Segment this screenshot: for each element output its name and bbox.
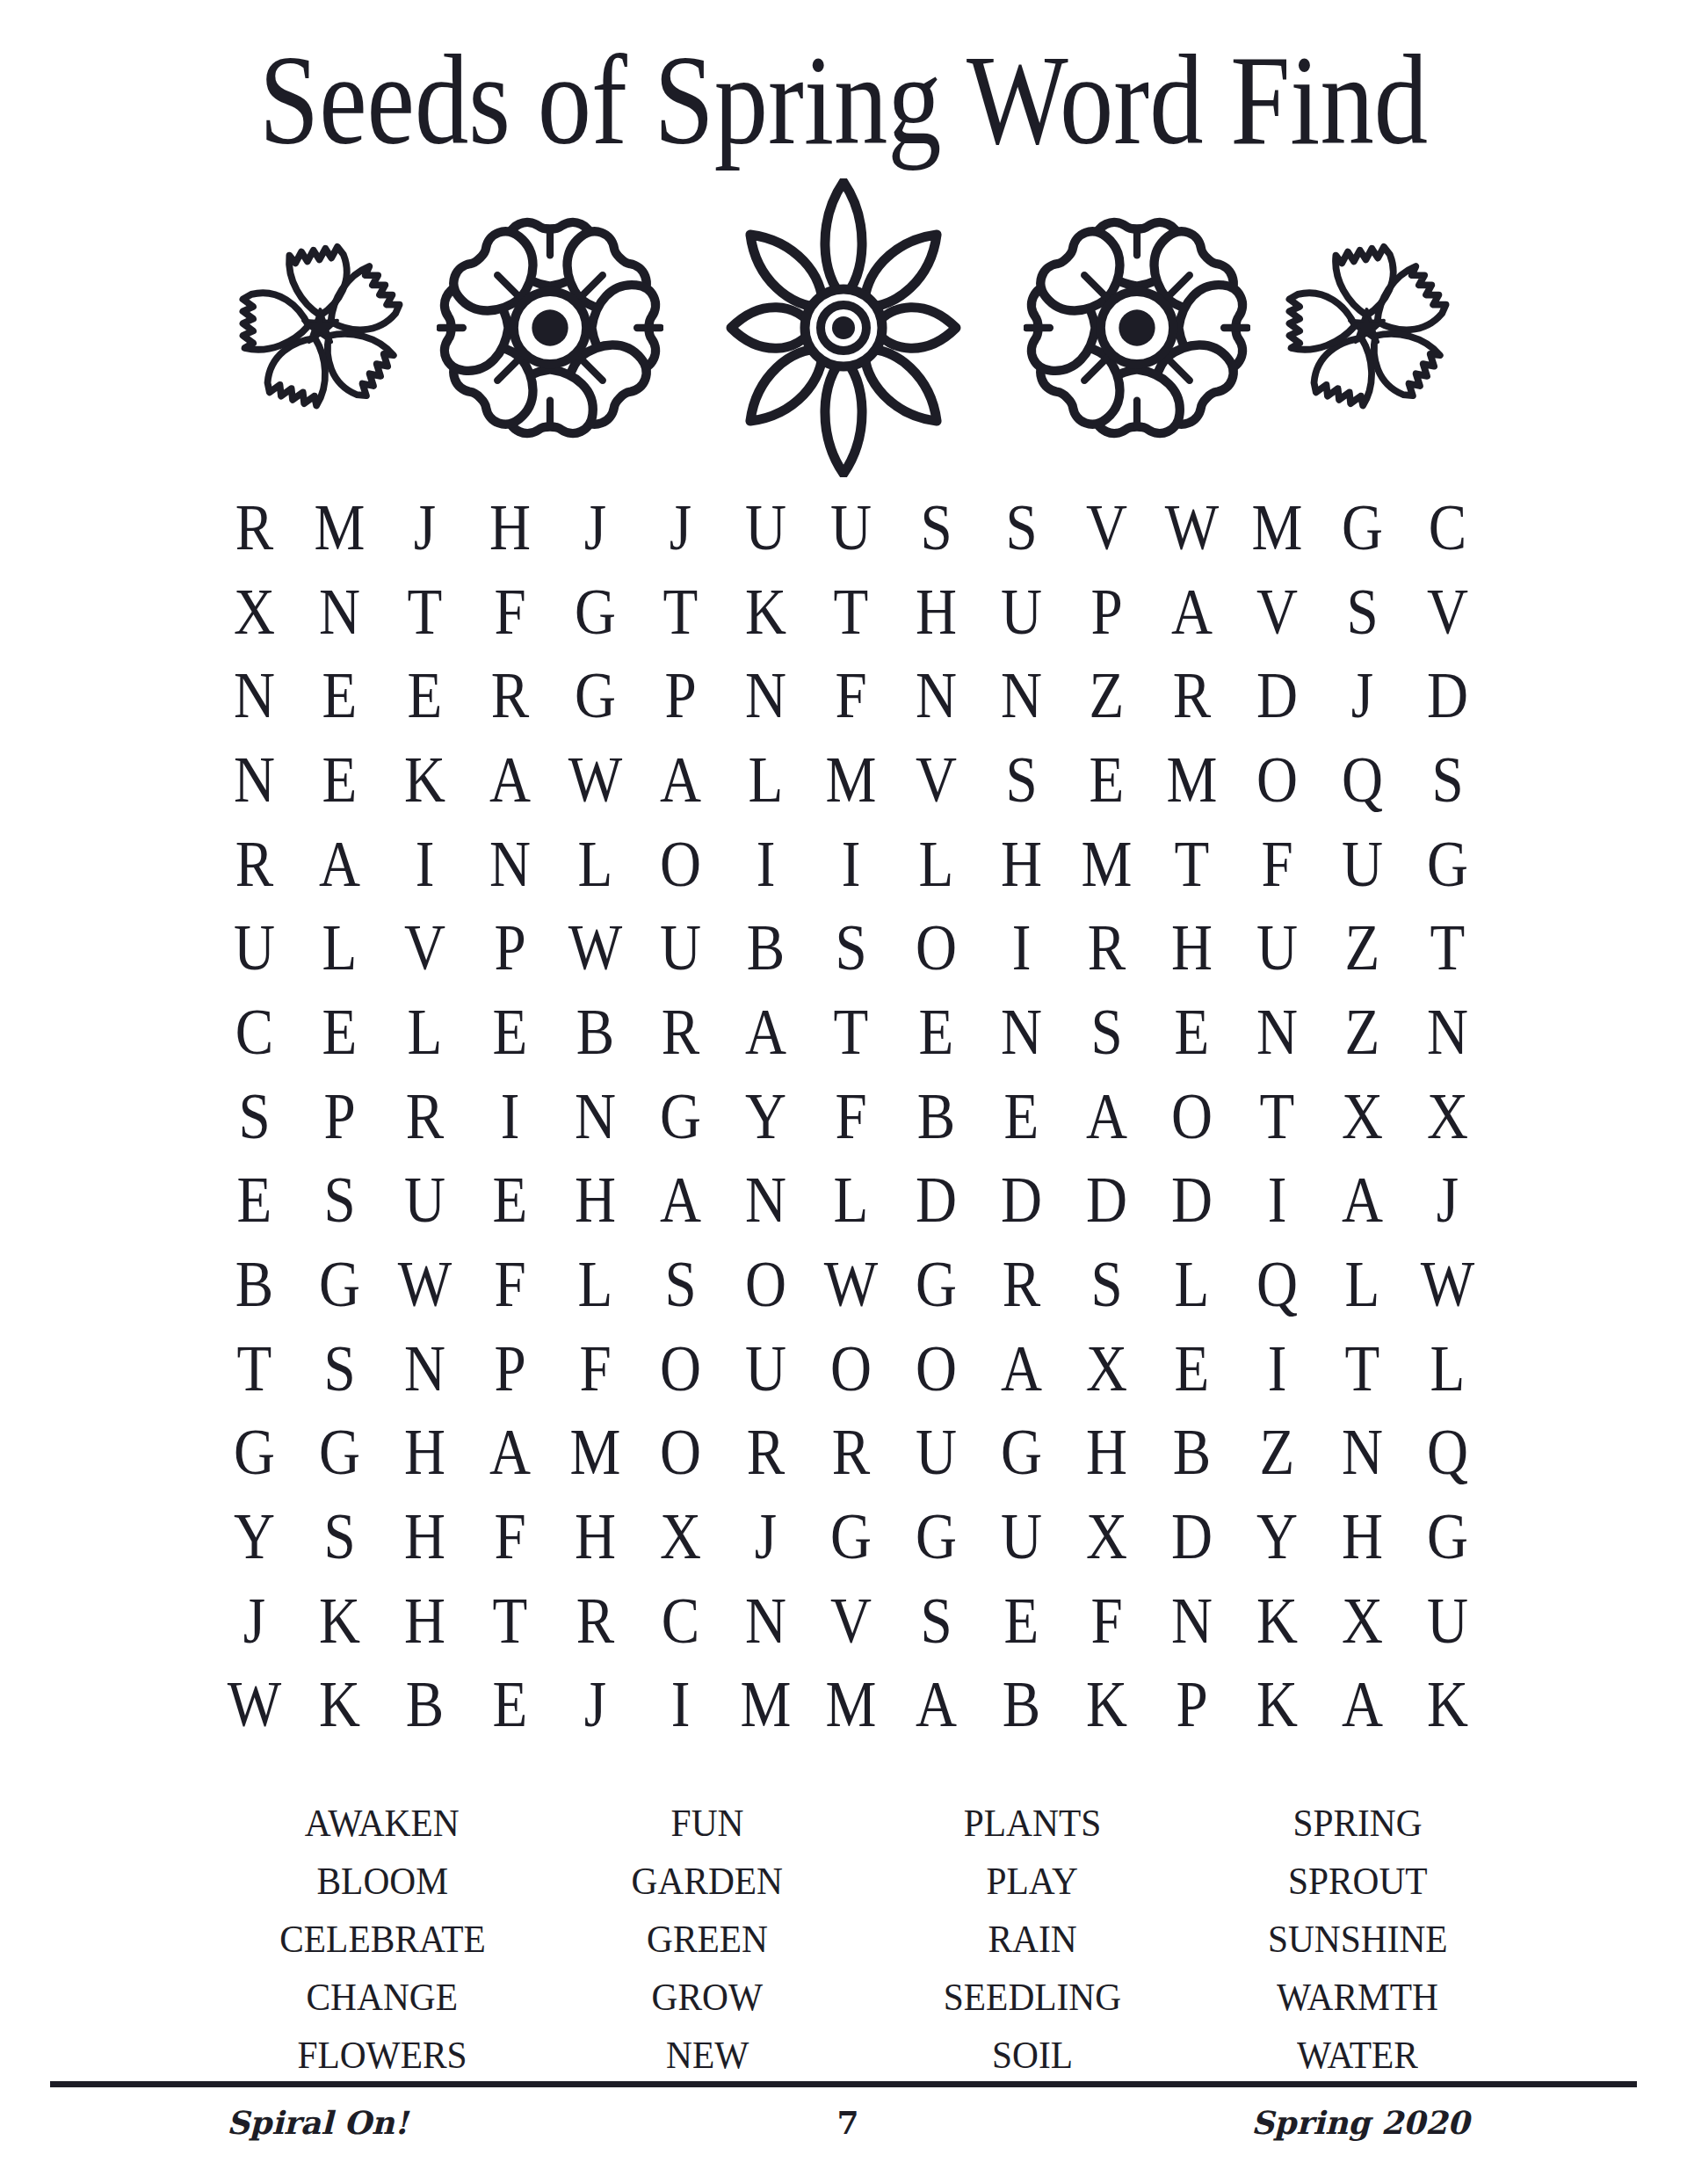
grid-cell[interactable]: E bbox=[302, 653, 377, 737]
grid-cell[interactable]: A bbox=[302, 822, 377, 906]
grid-cell[interactable]: U bbox=[1325, 822, 1400, 906]
word-list-item: SPRING bbox=[1292, 1795, 1422, 1853]
grid-cell[interactable]: B bbox=[387, 1663, 462, 1747]
grid-cell[interactable]: A bbox=[1069, 1074, 1144, 1158]
grid-cell[interactable]: R bbox=[1155, 653, 1229, 737]
grid-cell[interactable]: I bbox=[387, 822, 462, 906]
grid-cell[interactable]: J bbox=[558, 485, 633, 570]
grid-cell[interactable]: D bbox=[1155, 1158, 1229, 1243]
grid-cell[interactable]: S bbox=[984, 737, 1059, 822]
word-list-item: CHANGE bbox=[307, 1968, 459, 2026]
grid-cell[interactable]: X bbox=[1410, 1074, 1485, 1158]
grid-cell[interactable]: D bbox=[1155, 1494, 1229, 1578]
grid-cell[interactable]: U bbox=[643, 905, 718, 990]
grid-cell[interactable]: T bbox=[1155, 822, 1229, 906]
grid-cell[interactable]: G bbox=[1410, 822, 1485, 906]
word-list-item: RAIN bbox=[988, 1911, 1076, 1969]
grid-cell[interactable]: O bbox=[643, 1326, 718, 1411]
grid-cell[interactable]: L bbox=[728, 737, 803, 822]
grid-cell[interactable]: N bbox=[728, 1158, 803, 1243]
grid-cell[interactable]: A bbox=[643, 1158, 718, 1243]
grid-cell[interactable]: G bbox=[558, 570, 633, 654]
grid-cell[interactable]: I bbox=[473, 1074, 547, 1158]
grid-cell[interactable]: X bbox=[643, 1494, 718, 1578]
grid-cell[interactable]: N bbox=[473, 822, 547, 906]
word-list-item: CELEBRATE bbox=[279, 1911, 486, 1969]
grid-cell[interactable]: Y bbox=[217, 1494, 292, 1578]
grid-cell[interactable]: E bbox=[217, 1158, 292, 1243]
grid-cell[interactable]: R bbox=[643, 990, 718, 1074]
grid-cell[interactable]: J bbox=[1410, 1158, 1485, 1243]
grid-cell[interactable]: R bbox=[558, 1578, 633, 1663]
grid-cell[interactable]: S bbox=[643, 1242, 718, 1326]
grid-cell[interactable]: V bbox=[1240, 570, 1314, 654]
grid-cell[interactable]: P bbox=[1069, 570, 1144, 654]
grid-cell[interactable]: T bbox=[814, 570, 888, 654]
grid-cell[interactable]: X bbox=[1325, 1578, 1400, 1663]
grid-cell[interactable]: H bbox=[1069, 1411, 1144, 1495]
grid-cell[interactable]: X bbox=[1069, 1326, 1144, 1411]
grid-cell[interactable]: M bbox=[302, 485, 377, 570]
grid-cell[interactable]: N bbox=[984, 990, 1059, 1074]
grid-cell[interactable]: Z bbox=[1325, 905, 1400, 990]
grid-cell[interactable]: L bbox=[558, 822, 633, 906]
grid-cell[interactable]: F bbox=[473, 1494, 547, 1578]
grid-cell[interactable]: Z bbox=[1240, 1411, 1314, 1495]
grid-cell[interactable]: L bbox=[558, 1242, 633, 1326]
grid-cell[interactable]: G bbox=[302, 1242, 377, 1326]
grid-cell[interactable]: T bbox=[473, 1578, 547, 1663]
grid-cell[interactable]: H bbox=[387, 1578, 462, 1663]
grid-cell[interactable]: X bbox=[1069, 1494, 1144, 1578]
grid-cell[interactable]: B bbox=[899, 1074, 974, 1158]
grid-cell[interactable]: S bbox=[984, 485, 1059, 570]
grid-cell[interactable]: U bbox=[899, 1411, 974, 1495]
grid-cell[interactable]: M bbox=[1069, 822, 1144, 906]
word-list-item: GREEN bbox=[647, 1911, 768, 1969]
grid-cell[interactable]: H bbox=[558, 1158, 633, 1243]
grid-cell[interactable]: S bbox=[899, 485, 974, 570]
grid-cell[interactable]: V bbox=[387, 905, 462, 990]
grid-cell[interactable]: O bbox=[899, 1326, 974, 1411]
grid-cell[interactable]: O bbox=[643, 1411, 718, 1495]
grid-cell[interactable]: L bbox=[1325, 1242, 1400, 1326]
grid-cell[interactable]: T bbox=[1410, 905, 1485, 990]
grid-cell[interactable]: O bbox=[1240, 737, 1314, 822]
grid-cell[interactable]: D bbox=[899, 1158, 974, 1243]
grid-cell[interactable]: E bbox=[387, 653, 462, 737]
grid-cell[interactable]: I bbox=[1240, 1158, 1314, 1243]
grid-cell[interactable]: W bbox=[217, 1663, 292, 1747]
grid-cell[interactable]: N bbox=[984, 653, 1059, 737]
grid-cell[interactable]: Z bbox=[1069, 653, 1144, 737]
grid-cell[interactable]: A bbox=[473, 1411, 547, 1495]
grid-cell[interactable]: N bbox=[558, 1074, 633, 1158]
carnation-flower-icon bbox=[1281, 242, 1452, 413]
grid-cell[interactable]: E bbox=[1155, 990, 1229, 1074]
grid-cell[interactable]: G bbox=[643, 1074, 718, 1158]
grid-cell[interactable]: G bbox=[1410, 1494, 1485, 1578]
grid-cell[interactable]: U bbox=[814, 485, 888, 570]
grid-cell[interactable]: F bbox=[1069, 1578, 1144, 1663]
grid-cell[interactable]: R bbox=[1069, 905, 1144, 990]
word-list-item: AWAKEN bbox=[305, 1795, 460, 1853]
grid-cell[interactable]: E bbox=[1069, 737, 1144, 822]
grid-cell[interactable]: H bbox=[387, 1411, 462, 1495]
grid-cell[interactable]: M bbox=[1155, 737, 1229, 822]
grid-cell[interactable]: C bbox=[217, 990, 292, 1074]
grid-cell[interactable]: I bbox=[984, 905, 1059, 990]
worksheet-page: Seeds of Spring Word Find RMJHJJUUSSVWMG… bbox=[0, 0, 1687, 2184]
grid-cell[interactable]: U bbox=[217, 905, 292, 990]
grid-cell[interactable]: M bbox=[558, 1411, 633, 1495]
grid-cell[interactable]: P bbox=[1155, 1663, 1229, 1747]
grid-cell[interactable]: M bbox=[814, 737, 888, 822]
word-list-item: SEEDLING bbox=[944, 1968, 1121, 2026]
grid-cell[interactable]: M bbox=[728, 1663, 803, 1747]
word-list-column: AWAKENBLOOMCELEBRATECHANGEFLOWERS bbox=[220, 1795, 545, 2084]
grid-cell[interactable]: H bbox=[984, 822, 1059, 906]
grid-cell[interactable]: X bbox=[217, 570, 292, 654]
grid-cell[interactable]: G bbox=[302, 1411, 377, 1495]
grid-cell[interactable]: L bbox=[814, 1158, 888, 1243]
grid-cell[interactable]: Q bbox=[1325, 737, 1400, 822]
grid-cell[interactable]: N bbox=[728, 1578, 803, 1663]
page-title: Seeds of Spring Word Find bbox=[135, 26, 1553, 174]
flower-decoration-row bbox=[0, 180, 1687, 475]
word-list-column: FUNGARDENGREENGROWNEW bbox=[545, 1795, 870, 2084]
grid-cell[interactable]: M bbox=[1240, 485, 1314, 570]
grid-cell[interactable]: V bbox=[899, 737, 974, 822]
grid-cell[interactable]: U bbox=[1240, 905, 1314, 990]
word-list-item: SPROUT bbox=[1288, 1853, 1428, 1911]
grid-cell[interactable]: L bbox=[1410, 1326, 1485, 1411]
grid-cell[interactable]: K bbox=[1410, 1663, 1485, 1747]
grid-cell[interactable]: H bbox=[1325, 1494, 1400, 1578]
grid-cell[interactable]: B bbox=[984, 1663, 1059, 1747]
word-list-item: FUN bbox=[671, 1795, 744, 1853]
daisy-flower-icon bbox=[694, 178, 993, 477]
grid-cell[interactable]: S bbox=[1069, 1242, 1144, 1326]
grid-cell[interactable]: D bbox=[984, 1158, 1059, 1243]
grid-cell[interactable]: D bbox=[1069, 1158, 1144, 1243]
grid-cell[interactable]: N bbox=[1325, 1411, 1400, 1495]
grid-cell[interactable]: Y bbox=[728, 1074, 803, 1158]
grid-cell[interactable]: R bbox=[217, 822, 292, 906]
word-list-item: WATER bbox=[1297, 2026, 1418, 2084]
grid-cell[interactable]: L bbox=[387, 990, 462, 1074]
grid-cell[interactable]: N bbox=[728, 653, 803, 737]
word-list-item: GROW bbox=[652, 1968, 763, 2026]
grid-cell[interactable]: J bbox=[643, 485, 718, 570]
grid-cell[interactable]: J bbox=[217, 1578, 292, 1663]
grid-cell[interactable]: K bbox=[1240, 1578, 1314, 1663]
word-list-column: PLANTSPLAYRAINSEEDLINGSOIL bbox=[870, 1795, 1195, 2084]
grid-cell[interactable]: E bbox=[1155, 1326, 1229, 1411]
grid-cell[interactable]: L bbox=[1155, 1242, 1229, 1326]
grid-cell[interactable]: U bbox=[728, 485, 803, 570]
grid-cell[interactable]: O bbox=[643, 822, 718, 906]
grid-cell[interactable]: B bbox=[558, 990, 633, 1074]
grid-cell[interactable]: W bbox=[1155, 485, 1229, 570]
grid-cell[interactable]: A bbox=[728, 990, 803, 1074]
grid-cell[interactable]: T bbox=[217, 1326, 292, 1411]
grid-cell[interactable]: F bbox=[473, 1242, 547, 1326]
grid-cell[interactable]: G bbox=[558, 653, 633, 737]
grid-cell[interactable]: A bbox=[643, 737, 718, 822]
word-list-item: NEW bbox=[666, 2026, 749, 2084]
grid-cell[interactable]: N bbox=[899, 653, 974, 737]
grid-cell[interactable]: J bbox=[387, 485, 462, 570]
grid-cell[interactable]: J bbox=[728, 1494, 803, 1578]
carnation-flower-icon bbox=[235, 242, 406, 413]
grid-cell[interactable]: R bbox=[473, 653, 547, 737]
grid-cell[interactable]: B bbox=[217, 1242, 292, 1326]
grid-cell[interactable]: C bbox=[1410, 485, 1485, 570]
grid-cell[interactable]: V bbox=[1410, 570, 1485, 654]
grid-cell[interactable]: F bbox=[473, 570, 547, 654]
grid-cell[interactable]: L bbox=[302, 905, 377, 990]
grid-cell[interactable]: Z bbox=[1325, 990, 1400, 1074]
grid-cell[interactable]: K bbox=[1069, 1663, 1144, 1747]
grid-cell[interactable]: S bbox=[302, 1494, 377, 1578]
word-list-item: FLOWERS bbox=[297, 2026, 467, 2084]
grid-cell[interactable]: L bbox=[899, 822, 974, 906]
footer-publication-name: Spiral On! bbox=[227, 2104, 836, 2141]
grid-cell[interactable]: O bbox=[728, 1242, 803, 1326]
grid-cell[interactable]: X bbox=[1325, 1074, 1400, 1158]
word-list-item: GARDEN bbox=[632, 1853, 784, 1911]
grid-cell[interactable]: W bbox=[814, 1242, 888, 1326]
grid-cell[interactable]: V bbox=[814, 1578, 888, 1663]
grid-cell[interactable]: K bbox=[1240, 1663, 1314, 1747]
grid-cell[interactable]: G bbox=[1325, 485, 1400, 570]
grid-cell[interactable]: N bbox=[387, 1326, 462, 1411]
grid-cell[interactable]: E bbox=[473, 1663, 547, 1747]
grid-cell[interactable]: S bbox=[1325, 570, 1400, 654]
grid-cell[interactable]: C bbox=[643, 1578, 718, 1663]
grid-cell[interactable]: K bbox=[302, 1663, 377, 1747]
grid-cell[interactable]: U bbox=[387, 1158, 462, 1243]
grid-cell[interactable]: P bbox=[473, 905, 547, 990]
grid-cell[interactable]: R bbox=[814, 1411, 888, 1495]
grid-cell[interactable]: T bbox=[643, 570, 718, 654]
footer: Spiral On! 7 Spring 2020 bbox=[227, 2104, 1469, 2141]
word-list-item: BLOOM bbox=[316, 1853, 448, 1911]
grid-cell[interactable]: H bbox=[558, 1494, 633, 1578]
grid-cell[interactable]: S bbox=[217, 1074, 292, 1158]
grid-cell[interactable]: I bbox=[728, 822, 803, 906]
grid-cell[interactable]: N bbox=[217, 653, 292, 737]
grid-cell[interactable]: G bbox=[899, 1494, 974, 1578]
grid-cell[interactable]: G bbox=[217, 1411, 292, 1495]
grid-cell[interactable]: S bbox=[302, 1326, 377, 1411]
grid-cell[interactable]: W bbox=[387, 1242, 462, 1326]
grid-cell[interactable]: P bbox=[473, 1326, 547, 1411]
grid-cell[interactable]: K bbox=[302, 1578, 377, 1663]
grid-cell[interactable]: F bbox=[558, 1326, 633, 1411]
grid-cell[interactable]: E bbox=[984, 1074, 1059, 1158]
grid-cell[interactable]: E bbox=[473, 1158, 547, 1243]
grid-cell[interactable]: N bbox=[1155, 1578, 1229, 1663]
grid-cell[interactable]: P bbox=[302, 1074, 377, 1158]
grid-cell[interactable]: G bbox=[814, 1494, 888, 1578]
grid-cell[interactable]: R bbox=[217, 485, 292, 570]
grid-cell[interactable]: A bbox=[899, 1663, 974, 1747]
grid-cell[interactable]: A bbox=[984, 1326, 1059, 1411]
grid-cell[interactable]: Y bbox=[1240, 1494, 1314, 1578]
grid-cell[interactable]: M bbox=[814, 1663, 888, 1747]
grid-cell[interactable]: R bbox=[728, 1411, 803, 1495]
grid-cell[interactable]: E bbox=[302, 737, 377, 822]
grid-cell[interactable]: H bbox=[387, 1494, 462, 1578]
grid-cell[interactable]: V bbox=[1069, 485, 1144, 570]
word-list-item: SUNSHINE bbox=[1268, 1911, 1448, 1969]
grid-cell[interactable]: O bbox=[814, 1326, 888, 1411]
grid-cell[interactable]: W bbox=[558, 737, 633, 822]
grid-cell[interactable]: B bbox=[1155, 1411, 1229, 1495]
grid-cell[interactable]: S bbox=[814, 905, 888, 990]
grid-cell[interactable]: A bbox=[1325, 1158, 1400, 1243]
grid-cell[interactable]: D bbox=[1240, 653, 1314, 737]
grid-cell[interactable]: P bbox=[643, 653, 718, 737]
grid-cell[interactable]: S bbox=[1069, 990, 1144, 1074]
word-list-item: PLAY bbox=[987, 1853, 1078, 1911]
grid-cell[interactable]: S bbox=[1410, 737, 1485, 822]
grid-cell[interactable]: E bbox=[473, 990, 547, 1074]
grid-cell[interactable]: N bbox=[1410, 990, 1485, 1074]
grid-cell[interactable]: E bbox=[984, 1578, 1059, 1663]
grid-cell[interactable]: T bbox=[387, 570, 462, 654]
grid-cell[interactable]: E bbox=[302, 990, 377, 1074]
grid-cell[interactable]: T bbox=[1240, 1074, 1314, 1158]
grid-cell[interactable]: U bbox=[1410, 1578, 1485, 1663]
grid-cell[interactable]: I bbox=[643, 1663, 718, 1747]
grid-cell[interactable]: T bbox=[814, 990, 888, 1074]
grid-cell[interactable]: K bbox=[728, 570, 803, 654]
grid-cell[interactable]: A bbox=[1325, 1663, 1400, 1747]
grid-cell[interactable]: N bbox=[302, 570, 377, 654]
grid-cell[interactable]: U bbox=[728, 1326, 803, 1411]
word-list-item: WARMTH bbox=[1277, 1968, 1438, 2026]
grid-cell[interactable]: I bbox=[814, 822, 888, 906]
grid-cell[interactable]: H bbox=[1155, 905, 1229, 990]
grid-cell[interactable]: Q bbox=[1410, 1411, 1485, 1495]
footer-divider bbox=[50, 2081, 1637, 2087]
word-search-grid: RMJHJJUUSSVWMGCXNTFGTKTHUPAVSVNEERGPNFNN… bbox=[212, 485, 1490, 1746]
grid-cell[interactable]: F bbox=[814, 653, 888, 737]
word-list-item: PLANTS bbox=[964, 1795, 1101, 1853]
grid-cell[interactable]: G bbox=[899, 1242, 974, 1326]
grid-cell[interactable]: F bbox=[1240, 822, 1314, 906]
word-list-item: SOIL bbox=[992, 2026, 1073, 2084]
grid-cell[interactable]: S bbox=[302, 1158, 377, 1243]
grid-cell[interactable]: I bbox=[1240, 1326, 1314, 1411]
footer-page-number: 7 bbox=[836, 2104, 858, 2141]
grid-cell[interactable]: K bbox=[387, 737, 462, 822]
word-list-column: SPRINGSPROUTSUNSHINEWARMTHWATER bbox=[1195, 1795, 1520, 2084]
grid-cell[interactable]: W bbox=[558, 905, 633, 990]
peony-flower-icon bbox=[1024, 214, 1250, 441]
grid-cell[interactable]: R bbox=[387, 1074, 462, 1158]
grid-cell[interactable]: U bbox=[984, 570, 1059, 654]
grid-cell[interactable]: D bbox=[1410, 653, 1485, 737]
grid-cell[interactable]: N bbox=[217, 737, 292, 822]
grid-cell[interactable]: F bbox=[814, 1074, 888, 1158]
grid-cell[interactable]: H bbox=[473, 485, 547, 570]
grid-cell[interactable]: W bbox=[1410, 1242, 1485, 1326]
grid-cell[interactable]: B bbox=[728, 905, 803, 990]
footer-issue-label: Spring 2020 bbox=[859, 2104, 1469, 2141]
grid-cell[interactable]: E bbox=[899, 990, 974, 1074]
grid-cell[interactable]: T bbox=[1325, 1326, 1400, 1411]
peony-flower-icon bbox=[437, 214, 663, 441]
grid-cell[interactable]: O bbox=[1155, 1074, 1229, 1158]
grid-cell[interactable]: J bbox=[1325, 653, 1400, 737]
grid-cell[interactable]: Q bbox=[1240, 1242, 1314, 1326]
grid-cell[interactable]: U bbox=[984, 1494, 1059, 1578]
grid-cell[interactable]: O bbox=[899, 905, 974, 990]
grid-cell[interactable]: A bbox=[1155, 570, 1229, 654]
grid-cell[interactable]: J bbox=[558, 1663, 633, 1747]
grid-cell[interactable]: A bbox=[473, 737, 547, 822]
grid-cell[interactable]: S bbox=[899, 1578, 974, 1663]
grid-cell[interactable]: N bbox=[1240, 990, 1314, 1074]
word-list: AWAKENBLOOMCELEBRATECHANGEFLOWERSFUNGARD… bbox=[220, 1795, 1520, 2084]
grid-cell[interactable]: H bbox=[899, 570, 974, 654]
grid-cell[interactable]: G bbox=[984, 1411, 1059, 1495]
grid-cell[interactable]: R bbox=[984, 1242, 1059, 1326]
